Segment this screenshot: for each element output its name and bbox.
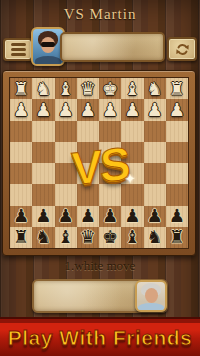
black-pawn-piece[interactable]: ♟ xyxy=(124,207,140,225)
black-pawn-piece[interactable]: ♟ xyxy=(147,207,163,225)
white-pawn-piece[interactable]: ♟ xyxy=(58,101,74,119)
app-screen: VS Martin ♜♞♝♛♚♝♞♜♟♟♟♟♟♟♟♟♟♟♟♟♟♟♟♟♜♞♝♛♚♝… xyxy=(0,0,200,356)
player-avatar[interactable] xyxy=(135,280,167,312)
white-queen-piece[interactable]: ♛ xyxy=(80,80,96,98)
banner-label: Play With Friends xyxy=(8,326,193,350)
square-r1c4[interactable]: ♛ xyxy=(77,78,99,99)
black-pawn-piece[interactable]: ♟ xyxy=(80,207,96,225)
square-r3c2[interactable] xyxy=(32,121,54,142)
square-r7c7[interactable]: ♟ xyxy=(144,206,166,227)
square-r5c8[interactable] xyxy=(166,163,188,184)
black-knight-piece[interactable]: ♞ xyxy=(35,228,51,246)
refresh-button[interactable] xyxy=(167,37,197,61)
square-r1c8[interactable]: ♜ xyxy=(166,78,188,99)
move-status: 1.white move xyxy=(0,258,200,274)
square-r3c3[interactable] xyxy=(55,121,77,142)
square-r2c6[interactable]: ♟ xyxy=(121,99,143,120)
square-r7c4[interactable]: ♟ xyxy=(77,206,99,227)
square-r5c2[interactable] xyxy=(32,163,54,184)
match-title: VS Martin xyxy=(0,6,200,23)
black-pawn-piece[interactable]: ♟ xyxy=(35,207,51,225)
black-rook-piece[interactable]: ♜ xyxy=(13,228,29,246)
white-pawn-piece[interactable]: ♟ xyxy=(169,101,185,119)
white-pawn-piece[interactable]: ♟ xyxy=(124,101,140,119)
sparkle-icon: ✦ xyxy=(125,172,134,187)
square-r2c5[interactable]: ♟ xyxy=(99,99,121,120)
square-r1c2[interactable]: ♞ xyxy=(32,78,54,99)
white-rook-piece[interactable]: ♜ xyxy=(169,80,185,98)
menu-button[interactable] xyxy=(3,38,33,61)
square-r2c4[interactable]: ♟ xyxy=(77,99,99,120)
sunglasses xyxy=(41,42,55,47)
vs-badge: VS✦ xyxy=(71,136,130,196)
square-r8c4[interactable]: ♛ xyxy=(77,227,99,248)
square-r7c5[interactable]: ♟ xyxy=(99,206,121,227)
white-pawn-piece[interactable]: ♟ xyxy=(13,101,29,119)
square-r3c8[interactable] xyxy=(166,121,188,142)
square-r1c7[interactable]: ♞ xyxy=(144,78,166,99)
square-r4c2[interactable] xyxy=(32,142,54,163)
sync-icon xyxy=(173,41,192,58)
square-r3c7[interactable] xyxy=(144,121,166,142)
white-knight-piece[interactable]: ♞ xyxy=(35,80,51,98)
square-r2c7[interactable]: ♟ xyxy=(144,99,166,120)
white-pawn-piece[interactable]: ♟ xyxy=(80,101,96,119)
white-bishop-piece[interactable]: ♝ xyxy=(124,80,140,98)
square-r2c1[interactable]: ♟ xyxy=(10,99,32,120)
square-r8c1[interactable]: ♜ xyxy=(10,227,32,248)
white-pawn-piece[interactable]: ♟ xyxy=(147,101,163,119)
black-rook-piece[interactable]: ♜ xyxy=(169,228,185,246)
square-r8c3[interactable]: ♝ xyxy=(55,227,77,248)
square-r7c8[interactable]: ♟ xyxy=(166,206,188,227)
black-bishop-piece[interactable]: ♝ xyxy=(124,228,140,246)
square-r8c2[interactable]: ♞ xyxy=(32,227,54,248)
square-r6c7[interactable] xyxy=(144,184,166,205)
white-knight-piece[interactable]: ♞ xyxy=(147,80,163,98)
square-r7c3[interactable]: ♟ xyxy=(55,206,77,227)
square-r1c5[interactable]: ♚ xyxy=(99,78,121,99)
hamburger-icon xyxy=(11,43,26,56)
square-r1c6[interactable]: ♝ xyxy=(121,78,143,99)
square-r2c8[interactable]: ♟ xyxy=(166,99,188,120)
square-r8c6[interactable]: ♝ xyxy=(121,227,143,248)
square-r2c3[interactable]: ♟ xyxy=(55,99,77,120)
play-with-friends-banner[interactable]: Play With Friends xyxy=(0,317,200,356)
white-pawn-piece[interactable]: ♟ xyxy=(35,101,51,119)
square-r4c1[interactable] xyxy=(10,142,32,163)
square-r6c1[interactable] xyxy=(10,184,32,205)
black-pawn-piece[interactable]: ♟ xyxy=(102,207,118,225)
square-r1c1[interactable]: ♜ xyxy=(10,78,32,99)
square-r7c2[interactable]: ♟ xyxy=(32,206,54,227)
square-r5c1[interactable] xyxy=(10,163,32,184)
black-queen-piece[interactable]: ♛ xyxy=(80,228,96,246)
square-r8c8[interactable]: ♜ xyxy=(166,227,188,248)
white-king-piece[interactable]: ♚ xyxy=(102,80,118,98)
square-r5c7[interactable] xyxy=(144,163,166,184)
square-r6c2[interactable] xyxy=(32,184,54,205)
square-r8c7[interactable]: ♞ xyxy=(144,227,166,248)
black-bishop-piece[interactable]: ♝ xyxy=(58,228,74,246)
player-name-plate xyxy=(32,279,168,313)
square-r7c1[interactable]: ♟ xyxy=(10,206,32,227)
opponent-name-plate xyxy=(60,32,165,62)
square-r7c6[interactable]: ♟ xyxy=(121,206,143,227)
black-pawn-piece[interactable]: ♟ xyxy=(169,207,185,225)
white-pawn-piece[interactable]: ♟ xyxy=(102,101,118,119)
white-bishop-piece[interactable]: ♝ xyxy=(58,80,74,98)
square-r6c8[interactable] xyxy=(166,184,188,205)
square-r3c1[interactable] xyxy=(10,121,32,142)
black-pawn-piece[interactable]: ♟ xyxy=(58,207,74,225)
square-r4c8[interactable] xyxy=(166,142,188,163)
square-r1c3[interactable]: ♝ xyxy=(55,78,77,99)
white-rook-piece[interactable]: ♜ xyxy=(13,80,29,98)
black-knight-piece[interactable]: ♞ xyxy=(147,228,163,246)
square-r2c2[interactable]: ♟ xyxy=(32,99,54,120)
square-r8c5[interactable]: ♚ xyxy=(99,227,121,248)
square-r4c7[interactable] xyxy=(144,142,166,163)
black-king-piece[interactable]: ♚ xyxy=(102,228,118,246)
black-pawn-piece[interactable]: ♟ xyxy=(13,207,29,225)
